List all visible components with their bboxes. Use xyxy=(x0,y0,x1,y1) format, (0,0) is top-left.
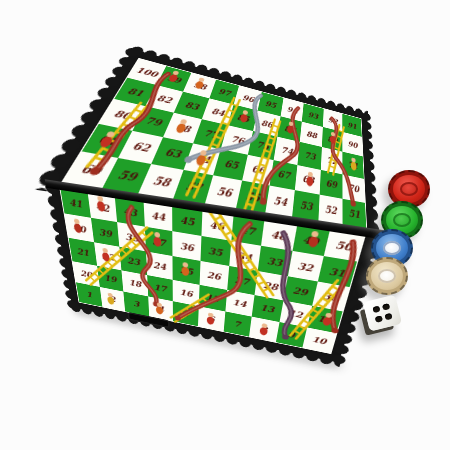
token-center xyxy=(378,269,396,283)
die-pip xyxy=(382,303,390,311)
token-center xyxy=(383,241,401,255)
photo-scene: 1009998979695949392918182838485868788899… xyxy=(0,0,450,450)
die-pip xyxy=(385,313,393,321)
die-pip xyxy=(374,315,382,323)
token-center xyxy=(393,213,411,227)
token-white[interactable] xyxy=(366,257,408,295)
token-center xyxy=(400,182,418,196)
die-pip xyxy=(372,306,380,314)
